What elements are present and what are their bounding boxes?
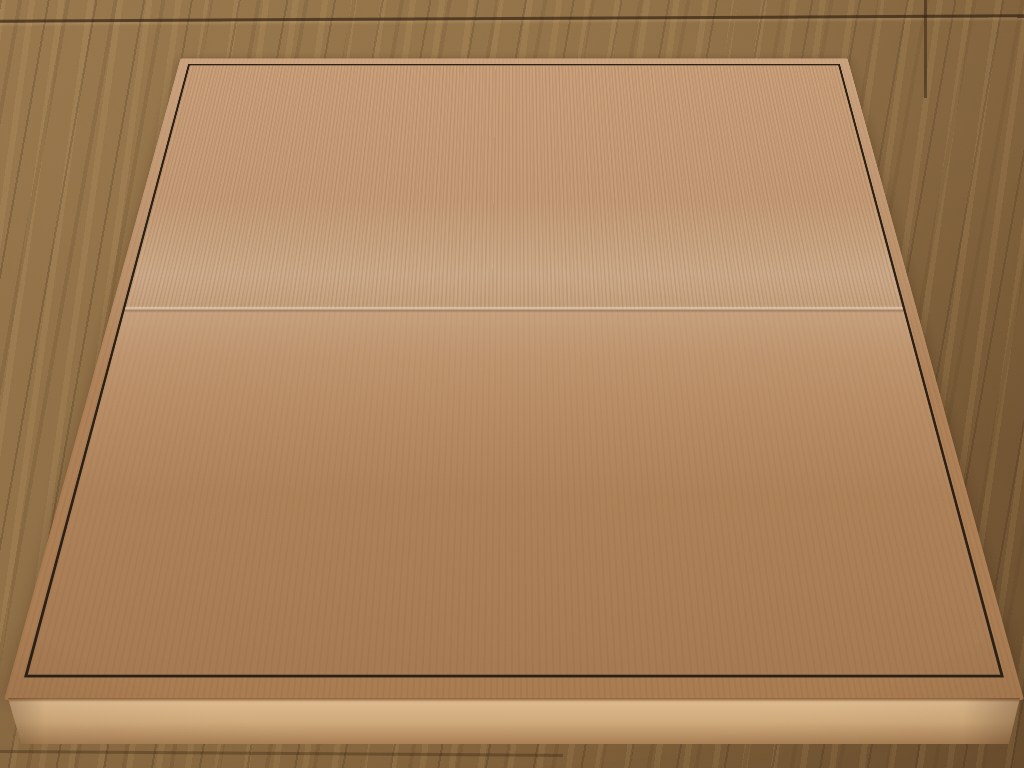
table-plank-seam-top <box>0 14 1024 22</box>
board-grid <box>24 64 1004 677</box>
table-plank-seam-bottom <box>0 750 563 757</box>
table-plank-joint <box>924 0 927 98</box>
shogi-board <box>4 58 1024 700</box>
board-front-edge <box>4 698 1024 744</box>
photo-scene: Wooden folding shogi board on an oak tab… <box>0 0 1024 768</box>
